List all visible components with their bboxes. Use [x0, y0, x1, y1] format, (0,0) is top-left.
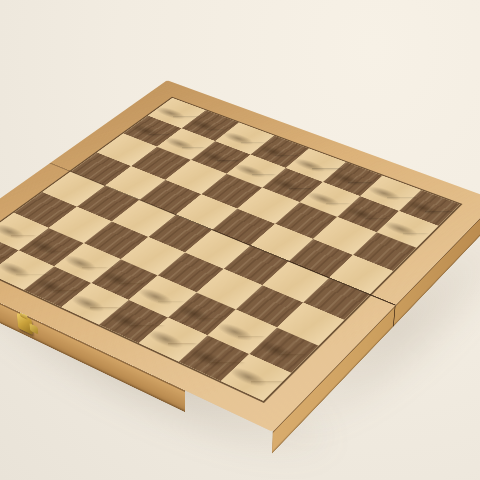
brass-clasp — [17, 312, 33, 335]
playfield: ♜♞♝♛♚♝♞♜♟♟♟♟♟♟♟♟♟♟♟♟♟♟♟♟♜♞♝♛♚♝♞♜ — [0, 98, 460, 401]
photo-stage: ♜♞♝♛♚♝♞♜♟♟♟♟♟♟♟♟♟♟♟♟♟♟♟♟♜♞♝♛♚♝♞♜ — [0, 0, 480, 480]
chessboard: ♜♞♝♛♚♝♞♜♟♟♟♟♟♟♟♟♟♟♟♟♟♟♟♟♜♞♝♛♚♝♞♜ — [0, 80, 480, 432]
piece-glyph: ♜ — [200, 285, 301, 398]
